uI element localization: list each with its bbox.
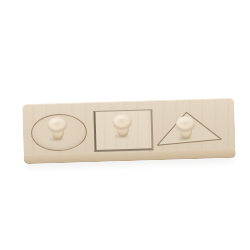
knob-cap (176, 116, 195, 132)
slot-circle (22, 102, 94, 156)
slot-square (93, 100, 165, 154)
knob-cap (112, 114, 131, 130)
slot-triangle (163, 98, 235, 152)
circle-knob[interactable] (47, 117, 70, 145)
puzzle-board (22, 98, 236, 164)
knob-cap (48, 117, 67, 133)
circle-piece[interactable] (30, 113, 87, 152)
square-knob[interactable] (111, 114, 134, 142)
triangle-piece[interactable] (156, 110, 223, 146)
product-photo-canvas (0, 0, 250, 250)
board-top-surface (22, 98, 235, 156)
triangle-knob[interactable] (175, 116, 198, 144)
square-piece[interactable] (93, 109, 153, 152)
